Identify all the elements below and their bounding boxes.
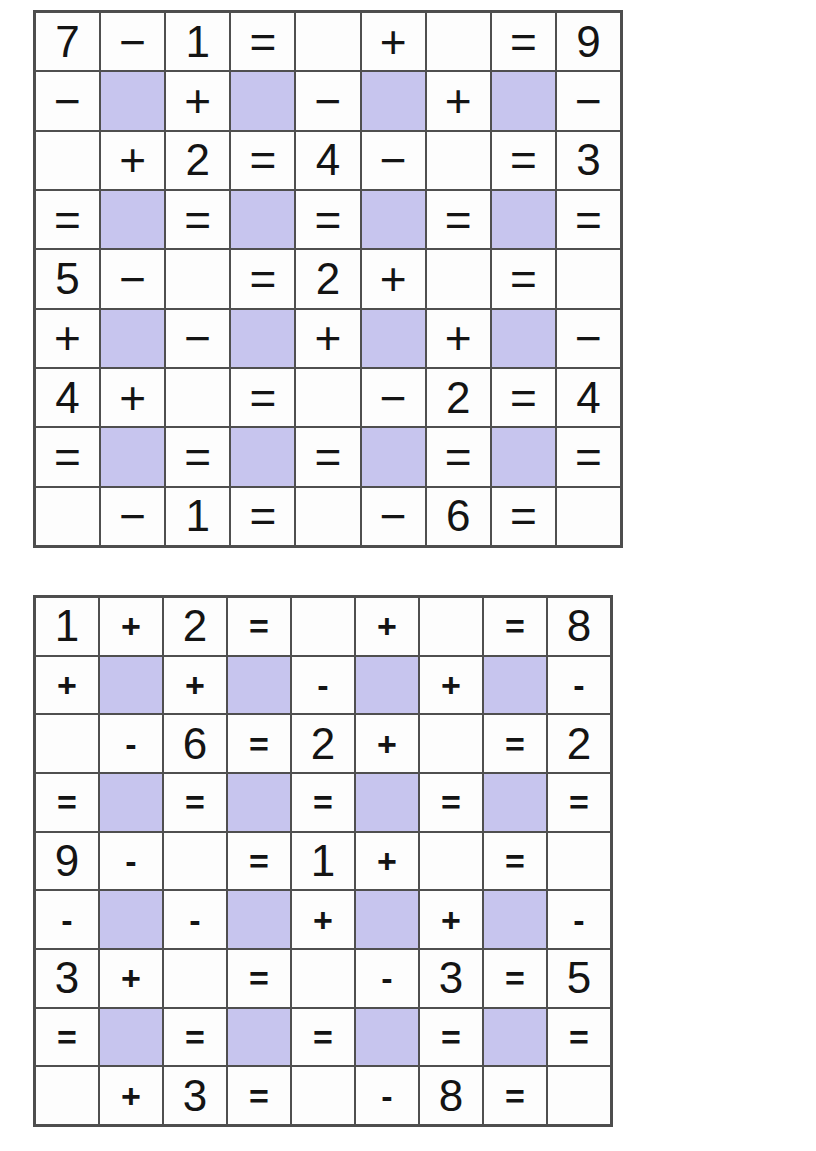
blocked-cell-top-r2c6 — [361, 71, 426, 130]
operator-cell-top-r8c3: = — [165, 427, 230, 486]
empty-cell-bottom-r7c3[interactable] — [163, 949, 227, 1008]
given-number-cell-top-r3c3: 2 — [165, 131, 230, 190]
operator-cell-bottom-r8c9: = — [547, 1008, 611, 1067]
operator-cell-top-r4c9: = — [556, 190, 621, 249]
operator-cell-top-r9c6: − — [361, 487, 426, 546]
empty-cell-bottom-r9c1[interactable] — [35, 1066, 99, 1125]
operator-cell-top-r4c7: = — [426, 190, 491, 249]
operator-cell-top-r1c6: + — [361, 12, 426, 71]
empty-cell-top-r7c3[interactable] — [165, 368, 230, 427]
operator-cell-bottom-r5c8: = — [483, 832, 547, 891]
empty-cell-top-r3c1[interactable] — [35, 131, 100, 190]
operator-cell-bottom-r1c6: + — [355, 597, 419, 656]
operator-cell-bottom-r6c1: - — [35, 890, 99, 949]
blocked-cell-bottom-r8c6 — [355, 1008, 419, 1067]
blocked-cell-bottom-r2c8 — [483, 656, 547, 715]
given-number-cell-bottom-r5c5: 1 — [291, 832, 355, 891]
empty-cell-top-r5c9[interactable] — [556, 249, 621, 308]
operator-cell-bottom-r9c6: - — [355, 1066, 419, 1125]
operator-cell-bottom-r3c2: - — [99, 714, 163, 773]
blocked-cell-bottom-r4c2 — [99, 773, 163, 832]
bottom-puzzle-grid: 1+2=+=8++-+--6=2+=2=====9-=1+=--++-3+=-3… — [33, 595, 613, 1127]
given-number-cell-bottom-r3c5: 2 — [291, 714, 355, 773]
blocked-cell-bottom-r6c8 — [483, 890, 547, 949]
empty-cell-bottom-r3c7[interactable] — [419, 714, 483, 773]
empty-cell-bottom-r5c3[interactable] — [163, 832, 227, 891]
blocked-cell-top-r6c4 — [230, 309, 295, 368]
blocked-cell-bottom-r6c2 — [99, 890, 163, 949]
operator-cell-top-r2c3: + — [165, 71, 230, 130]
operator-cell-bottom-r6c9: - — [547, 890, 611, 949]
operator-cell-bottom-r4c3: = — [163, 773, 227, 832]
operator-cell-bottom-r6c5: + — [291, 890, 355, 949]
blocked-cell-top-r6c8 — [491, 309, 556, 368]
blocked-cell-bottom-r2c4 — [227, 656, 291, 715]
operator-cell-top-r8c5: = — [295, 427, 360, 486]
operator-cell-top-r5c4: = — [230, 249, 295, 308]
given-number-cell-top-r5c1: 5 — [35, 249, 100, 308]
given-number-cell-bottom-r9c7: 8 — [419, 1066, 483, 1125]
blocked-cell-bottom-r4c6 — [355, 773, 419, 832]
given-number-cell-bottom-r1c9: 8 — [547, 597, 611, 656]
operator-cell-top-r3c8: = — [491, 131, 556, 190]
given-number-cell-top-r5c5: 2 — [295, 249, 360, 308]
blocked-cell-top-r8c6 — [361, 427, 426, 486]
operator-cell-top-r4c3: = — [165, 190, 230, 249]
given-number-cell-bottom-r1c1: 1 — [35, 597, 99, 656]
operator-cell-top-r8c1: = — [35, 427, 100, 486]
empty-cell-bottom-r9c5[interactable] — [291, 1066, 355, 1125]
given-number-cell-bottom-r9c3: 3 — [163, 1066, 227, 1125]
operator-cell-bottom-r3c4: = — [227, 714, 291, 773]
given-number-cell-top-r3c5: 4 — [295, 131, 360, 190]
operator-cell-bottom-r8c7: = — [419, 1008, 483, 1067]
operator-cell-top-r7c8: = — [491, 368, 556, 427]
given-number-cell-bottom-r3c9: 2 — [547, 714, 611, 773]
operator-cell-top-r5c6: + — [361, 249, 426, 308]
operator-cell-bottom-r9c4: = — [227, 1066, 291, 1125]
given-number-cell-top-r1c1: 7 — [35, 12, 100, 71]
operator-cell-top-r6c1: + — [35, 309, 100, 368]
operator-cell-top-r1c2: − — [100, 12, 165, 71]
blocked-cell-bottom-r8c8 — [483, 1008, 547, 1067]
operator-cell-bottom-r5c6: + — [355, 832, 419, 891]
operator-cell-top-r5c8: = — [491, 249, 556, 308]
given-number-cell-bottom-r7c7: 3 — [419, 949, 483, 1008]
blocked-cell-top-r4c6 — [361, 190, 426, 249]
operator-cell-top-r3c6: − — [361, 131, 426, 190]
given-number-cell-bottom-r1c3: 2 — [163, 597, 227, 656]
empty-cell-top-r5c3[interactable] — [165, 249, 230, 308]
top-puzzle-grid: 7−1=+=9−+−+−+2=4−=3=====5−=2+=+−++−4+=−2… — [33, 10, 623, 548]
blocked-cell-bottom-r8c2 — [99, 1008, 163, 1067]
operator-cell-top-r4c5: = — [295, 190, 360, 249]
operator-cell-bottom-r4c1: = — [35, 773, 99, 832]
operator-cell-top-r8c7: = — [426, 427, 491, 486]
empty-cell-top-r1c7[interactable] — [426, 12, 491, 71]
blocked-cell-bottom-r4c4 — [227, 773, 291, 832]
given-number-cell-top-r7c1: 4 — [35, 368, 100, 427]
operator-cell-bottom-r5c4: = — [227, 832, 291, 891]
empty-cell-bottom-r9c9[interactable] — [547, 1066, 611, 1125]
operator-cell-top-r6c9: − — [556, 309, 621, 368]
given-number-cell-top-r3c9: 3 — [556, 131, 621, 190]
empty-cell-bottom-r5c9[interactable] — [547, 832, 611, 891]
operator-cell-bottom-r7c8: = — [483, 949, 547, 1008]
operator-cell-bottom-r6c3: - — [163, 890, 227, 949]
blocked-cell-top-r2c4 — [230, 71, 295, 130]
operator-cell-bottom-r6c7: + — [419, 890, 483, 949]
operator-cell-top-r7c2: + — [100, 368, 165, 427]
empty-cell-top-r9c5[interactable] — [295, 487, 360, 546]
operator-cell-bottom-r1c4: = — [227, 597, 291, 656]
empty-cell-top-r1c5[interactable] — [295, 12, 360, 71]
given-number-cell-bottom-r5c1: 9 — [35, 832, 99, 891]
operator-cell-top-r6c3: − — [165, 309, 230, 368]
operator-cell-top-r2c7: + — [426, 71, 491, 130]
given-number-cell-top-r7c7: 2 — [426, 368, 491, 427]
operator-cell-bottom-r9c2: + — [99, 1066, 163, 1125]
empty-cell-bottom-r3c1[interactable] — [35, 714, 99, 773]
operator-cell-bottom-r2c1: + — [35, 656, 99, 715]
empty-cell-top-r9c1[interactable] — [35, 487, 100, 546]
given-number-cell-bottom-r7c1: 3 — [35, 949, 99, 1008]
operator-cell-top-r6c7: + — [426, 309, 491, 368]
blocked-cell-top-r8c2 — [100, 427, 165, 486]
operator-cell-bottom-r4c9: = — [547, 773, 611, 832]
blocked-cell-top-r2c2 — [100, 71, 165, 130]
operator-cell-top-r4c1: = — [35, 190, 100, 249]
given-number-cell-top-r7c9: 4 — [556, 368, 621, 427]
blocked-cell-top-r8c4 — [230, 427, 295, 486]
operator-cell-top-r2c1: − — [35, 71, 100, 130]
operator-cell-bottom-r5c2: - — [99, 832, 163, 891]
blocked-cell-bottom-r4c8 — [483, 773, 547, 832]
operator-cell-bottom-r3c8: = — [483, 714, 547, 773]
empty-cell-bottom-r5c7[interactable] — [419, 832, 483, 891]
operator-cell-bottom-r2c3: + — [163, 656, 227, 715]
blocked-cell-top-r8c8 — [491, 427, 556, 486]
operator-cell-bottom-r8c5: = — [291, 1008, 355, 1067]
operator-cell-bottom-r2c9: - — [547, 656, 611, 715]
blocked-cell-bottom-r2c6 — [355, 656, 419, 715]
operator-cell-top-r7c6: − — [361, 368, 426, 427]
empty-cell-bottom-r1c5[interactable] — [291, 597, 355, 656]
given-number-cell-top-r9c3: 1 — [165, 487, 230, 546]
operator-cell-top-r2c9: − — [556, 71, 621, 130]
given-number-cell-bottom-r7c9: 5 — [547, 949, 611, 1008]
operator-cell-top-r9c4: = — [230, 487, 295, 546]
blocked-cell-bottom-r6c4 — [227, 890, 291, 949]
given-number-cell-bottom-r3c3: 6 — [163, 714, 227, 773]
given-number-cell-top-r1c9: 9 — [556, 12, 621, 71]
operator-cell-top-r9c8: = — [491, 487, 556, 546]
operator-cell-top-r6c5: + — [295, 309, 360, 368]
empty-cell-top-r3c7[interactable] — [426, 131, 491, 190]
operator-cell-bottom-r4c7: = — [419, 773, 483, 832]
operator-cell-bottom-r4c5: = — [291, 773, 355, 832]
operator-cell-top-r3c2: + — [100, 131, 165, 190]
operator-cell-top-r2c5: − — [295, 71, 360, 130]
operator-cell-bottom-r7c6: - — [355, 949, 419, 1008]
operator-cell-top-r7c4: = — [230, 368, 295, 427]
empty-cell-top-r7c5[interactable] — [295, 368, 360, 427]
operator-cell-bottom-r1c2: + — [99, 597, 163, 656]
operator-cell-bottom-r2c7: + — [419, 656, 483, 715]
blocked-cell-top-r4c2 — [100, 190, 165, 249]
operator-cell-top-r9c2: − — [100, 487, 165, 546]
operator-cell-bottom-r1c8: = — [483, 597, 547, 656]
given-number-cell-top-r1c3: 1 — [165, 12, 230, 71]
blocked-cell-bottom-r6c6 — [355, 890, 419, 949]
operator-cell-bottom-r9c8: = — [483, 1066, 547, 1125]
operator-cell-bottom-r3c6: + — [355, 714, 419, 773]
operator-cell-bottom-r2c5: - — [291, 656, 355, 715]
operator-cell-top-r1c4: = — [230, 12, 295, 71]
operator-cell-bottom-r8c1: = — [35, 1008, 99, 1067]
blocked-cell-top-r4c8 — [491, 190, 556, 249]
math-puzzle-worksheet: 7−1=+=9−+−+−+2=4−=3=====5−=2+=+−++−4+=−2… — [0, 0, 816, 1151]
operator-cell-bottom-r7c2: + — [99, 949, 163, 1008]
operator-cell-top-r1c8: = — [491, 12, 556, 71]
blocked-cell-bottom-r2c2 — [99, 656, 163, 715]
empty-cell-top-r9c9[interactable] — [556, 487, 621, 546]
given-number-cell-top-r9c7: 6 — [426, 487, 491, 546]
operator-cell-top-r8c9: = — [556, 427, 621, 486]
operator-cell-bottom-r7c4: = — [227, 949, 291, 1008]
blocked-cell-top-r2c8 — [491, 71, 556, 130]
blocked-cell-bottom-r8c4 — [227, 1008, 291, 1067]
operator-cell-top-r5c2: − — [100, 249, 165, 308]
blocked-cell-top-r6c2 — [100, 309, 165, 368]
blocked-cell-top-r6c6 — [361, 309, 426, 368]
operator-cell-bottom-r8c3: = — [163, 1008, 227, 1067]
blocked-cell-top-r4c4 — [230, 190, 295, 249]
empty-cell-top-r5c7[interactable] — [426, 249, 491, 308]
operator-cell-top-r3c4: = — [230, 131, 295, 190]
empty-cell-bottom-r7c5[interactable] — [291, 949, 355, 1008]
empty-cell-bottom-r1c7[interactable] — [419, 597, 483, 656]
